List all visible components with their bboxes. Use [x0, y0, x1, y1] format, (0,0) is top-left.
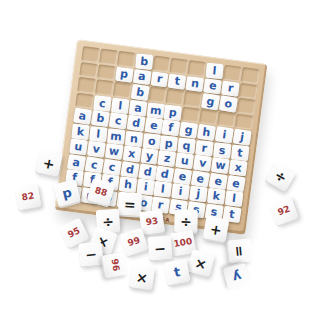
letter-tile-c[interactable]: c — [85, 156, 104, 173]
board-cell: w — [211, 157, 230, 174]
board-cell — [184, 91, 203, 108]
operator-glyph: = — [233, 245, 248, 258]
letter-tile-o[interactable]: o — [142, 133, 160, 149]
board-cell: e — [191, 170, 210, 187]
letter-tile-m[interactable]: m — [107, 128, 125, 144]
letter-tile-n[interactable]: n — [186, 75, 205, 92]
letter-tile-l[interactable]: l — [111, 97, 129, 113]
letter-tile-x[interactable]: x — [229, 159, 248, 176]
letter-tile-r[interactable]: r — [221, 80, 240, 97]
letter-tile-r[interactable]: r — [196, 140, 214, 156]
board-cell: a — [128, 99, 147, 116]
board-cell: x — [122, 145, 141, 162]
operator-glyph: ÷ — [272, 167, 289, 185]
operator-glyph: − — [154, 241, 167, 256]
board-cell — [75, 92, 94, 109]
loose-number-tile-93[interactable]: 93 — [139, 209, 165, 235]
loose-operator-tile-÷[interactable]: ÷ — [174, 209, 198, 233]
letter-tile-e[interactable]: e — [209, 172, 228, 189]
board-cell — [79, 61, 98, 78]
letter-tile-l[interactable]: l — [206, 63, 224, 79]
board-cell: x — [229, 159, 248, 176]
board-cell: e — [204, 78, 223, 95]
board-cell: y — [140, 148, 159, 165]
board-cell — [239, 82, 258, 99]
board-cell — [217, 111, 236, 128]
board-cell: h — [118, 176, 137, 193]
loose-operator-tile-×[interactable]: × — [129, 264, 155, 290]
operator-glyph: × — [194, 255, 209, 271]
board-cell: g — [201, 93, 220, 110]
letter-board: blpartnerbgoclampabcdefghijklmnopqrstuvw… — [55, 39, 268, 235]
board-cell: h — [197, 124, 216, 141]
board-cell — [113, 81, 132, 98]
board-cell — [81, 46, 100, 63]
board-cell — [148, 86, 167, 103]
board-cell: n — [186, 75, 205, 92]
board-cell: l — [225, 190, 244, 207]
board-cell: d — [120, 161, 139, 178]
board-cell: m — [107, 128, 126, 145]
board-cell — [188, 60, 207, 77]
letter-tile-z[interactable]: z — [158, 150, 177, 167]
board-cell: r — [150, 71, 169, 88]
loose-number-tile-96[interactable]: 96 — [102, 252, 129, 279]
board-cell: z — [158, 150, 177, 167]
operator-glyph: = — [124, 197, 136, 212]
board-cell — [117, 51, 136, 68]
letter-tile-e[interactable]: e — [227, 174, 246, 191]
letter-tile-v[interactable]: v — [193, 155, 212, 172]
letter-tile-j[interactable]: j — [233, 128, 252, 145]
letter-tile-l[interactable]: l — [154, 181, 172, 197]
number-glyph: 88 — [94, 186, 109, 198]
loose-number-tile-92[interactable]: 92 — [269, 196, 298, 225]
board-cell: l — [89, 125, 108, 142]
loose-operator-tile-÷[interactable]: ÷ — [265, 160, 296, 191]
board-cell — [166, 88, 185, 105]
loose-operator-tile-−[interactable]: − — [78, 241, 103, 266]
letter-tile-i[interactable]: i — [215, 126, 234, 143]
board-cell — [97, 64, 116, 81]
letter-tile-x[interactable]: x — [122, 145, 141, 162]
operator-glyph: ÷ — [180, 214, 192, 228]
board-cell — [182, 106, 201, 123]
board-cell: v — [87, 141, 106, 158]
letter-tile-i[interactable]: i — [172, 183, 190, 199]
loose-operator-tile-=[interactable]: = — [228, 239, 253, 264]
letter-tile-d[interactable]: d — [156, 165, 175, 182]
board-cell — [199, 109, 218, 126]
board-cell: u — [69, 138, 88, 155]
operator-glyph: + — [42, 155, 56, 171]
board-cell: e — [227, 175, 246, 192]
board-cell — [170, 58, 189, 75]
letter-tile-k[interactable]: k — [71, 123, 89, 139]
board-cell — [152, 55, 171, 72]
letter-tile-s[interactable]: s — [213, 142, 231, 158]
board-cell: a — [73, 108, 92, 125]
board-cell: p — [160, 135, 179, 152]
board-cell: t — [231, 144, 250, 161]
board-cell: p — [164, 104, 183, 121]
letter-tile-g[interactable]: g — [201, 93, 220, 110]
number-glyph: 95 — [66, 226, 81, 239]
board-cell: c — [109, 112, 128, 129]
letter-tile-b[interactable]: b — [135, 53, 153, 69]
letter-tile-r[interactable]: r — [150, 71, 169, 88]
letter-tile-o[interactable]: o — [219, 95, 238, 112]
letter-tile-c[interactable]: c — [102, 158, 121, 175]
letter-tile-n[interactable]: n — [125, 130, 143, 146]
letter-tile-t[interactable]: t — [168, 73, 187, 90]
letter-tile-y[interactable]: y — [140, 148, 159, 165]
letter-tile-p[interactable]: p — [164, 104, 182, 120]
number-glyph: 96 — [109, 258, 120, 272]
number-glyph: 82 — [21, 191, 35, 202]
letter-tile-h[interactable]: h — [118, 176, 136, 192]
board-cell: g — [180, 122, 199, 139]
board-cell: b — [91, 110, 110, 127]
board-cell: n — [124, 130, 143, 147]
board-cell: d — [156, 165, 175, 182]
number-glyph: 93 — [145, 217, 159, 228]
letter-tile-j[interactable]: j — [189, 185, 207, 201]
board-cell: a — [67, 154, 86, 171]
board-cell — [223, 65, 242, 82]
board-cell: e — [209, 172, 228, 189]
letter-tile-l[interactable]: l — [225, 190, 243, 206]
letter-tile-a[interactable]: a — [73, 107, 92, 124]
board-cell — [237, 98, 256, 115]
board-cell — [77, 77, 96, 94]
operator-glyph: ÷ — [102, 214, 115, 229]
letter-tile-l[interactable]: l — [89, 126, 107, 142]
letter-tile-h[interactable]: h — [197, 124, 216, 141]
letter-tile-m[interactable]: m — [146, 102, 164, 118]
loose-letter-tile-t[interactable]: t — [164, 259, 191, 286]
letter-tile-p[interactable]: p — [160, 135, 178, 151]
letter-tile-d[interactable]: d — [138, 163, 157, 180]
board-cell: a — [133, 68, 152, 85]
loose-operator-tile-−[interactable]: − — [148, 236, 173, 261]
board-cell: c — [85, 156, 104, 173]
board-cell — [241, 67, 260, 84]
board-cell: e — [144, 117, 163, 134]
letter-tile-f[interactable]: f — [162, 119, 181, 136]
board-cell: p — [115, 66, 134, 83]
board-cell: l — [206, 62, 225, 79]
letter-glyph: p — [61, 186, 73, 201]
letter-tile-e[interactable]: e — [173, 167, 192, 184]
board-cell: c — [103, 158, 122, 175]
board-cell: u — [176, 152, 195, 169]
letter-tile-a[interactable]: a — [129, 99, 147, 115]
letter-glyph: y — [231, 270, 243, 285]
letter-glyph: t — [173, 265, 181, 279]
letter-tile-a[interactable]: a — [133, 68, 152, 85]
loose-operator-tile-+[interactable]: + — [35, 149, 62, 176]
board-cell: l — [154, 181, 173, 198]
loose-letter-tile-y[interactable]: y — [223, 263, 251, 291]
loose-operator-tile-+[interactable]: + — [203, 216, 230, 243]
operator-glyph: + — [209, 221, 223, 237]
letter-tile-d[interactable]: d — [120, 160, 139, 177]
letter-tile-w[interactable]: w — [105, 143, 124, 160]
board-cell: o — [219, 95, 238, 112]
board-cell: t — [168, 73, 187, 90]
board-cell: s — [213, 142, 232, 159]
number-glyph: 100 — [173, 237, 193, 249]
board-cell: q — [178, 137, 197, 154]
board-cell: v — [193, 155, 212, 172]
board-cell: w — [105, 143, 124, 160]
board-cell: d — [126, 115, 145, 132]
board-cell: c — [93, 95, 112, 112]
loose-operator-tile-×[interactable]: × — [187, 249, 215, 277]
letter-tile-u[interactable]: u — [176, 152, 195, 169]
board-cell: b — [135, 53, 154, 70]
board-cell: b — [130, 84, 149, 101]
letter-tile-t[interactable]: t — [231, 144, 249, 160]
board-cell: m — [146, 102, 165, 119]
letter-tile-q[interactable]: q — [178, 137, 196, 153]
letter-tile-g[interactable]: g — [180, 121, 199, 138]
board-cell: r — [221, 80, 240, 97]
board-cell — [99, 48, 118, 65]
board-cell: o — [142, 132, 161, 149]
board-cell: j — [189, 185, 208, 202]
letter-tile-k[interactable]: k — [207, 188, 225, 204]
letter-tile-a[interactable]: a — [67, 153, 86, 170]
board-cell — [235, 113, 254, 130]
board-cell: f — [162, 119, 181, 136]
board-cell: k — [71, 123, 90, 140]
letter-tile-p[interactable]: p — [115, 66, 134, 83]
letter-tile-b[interactable]: b — [130, 84, 149, 101]
letter-tile-b[interactable]: b — [91, 110, 110, 127]
operator-glyph: × — [135, 269, 149, 284]
loose-operator-tile-=[interactable]: = — [118, 192, 142, 216]
board-cell: j — [233, 129, 252, 146]
letter-tile-v[interactable]: v — [87, 141, 106, 158]
letter-tile-e[interactable]: e — [144, 117, 163, 134]
board-cell: k — [207, 188, 226, 205]
letter-tile-w[interactable]: w — [211, 157, 230, 174]
board-cell: r — [195, 139, 214, 156]
letter-tile-c[interactable]: c — [93, 95, 111, 111]
letter-tile-d[interactable]: d — [126, 114, 145, 131]
board-cell: d — [138, 163, 157, 180]
board-cell: i — [172, 183, 191, 200]
board-cell: l — [111, 97, 130, 114]
letter-tile-e[interactable]: e — [191, 170, 210, 187]
letter-tile-c[interactable]: c — [109, 112, 128, 129]
letter-tile-u[interactable]: u — [69, 138, 88, 155]
operator-glyph: − — [84, 246, 97, 261]
board-cell: e — [174, 168, 193, 185]
board-cell: i — [215, 126, 234, 143]
board-cell — [95, 79, 114, 96]
toy-scene: blpartnerbgoclampabcdefghijklmnopqrstuvw… — [0, 0, 320, 320]
number-glyph: 92 — [277, 205, 292, 218]
letter-tile-e[interactable]: e — [204, 78, 223, 95]
loose-number-tile-82[interactable]: 82 — [15, 184, 42, 211]
number-glyph: 99 — [127, 236, 142, 248]
